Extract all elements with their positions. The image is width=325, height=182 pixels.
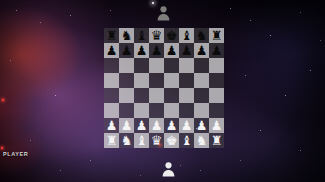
square-g5[interactable] [194,73,209,88]
square-h4[interactable] [209,88,224,103]
red-star-dot [1,147,3,149]
square-e1[interactable]: ♚ [164,133,179,148]
square-a5[interactable] [104,73,119,88]
white-king-piece: ♚ [166,133,178,148]
square-d8[interactable]: ♛ [149,28,164,43]
square-h6[interactable] [209,58,224,73]
square-c2[interactable]: ♟ [134,118,149,133]
square-b4[interactable] [119,88,134,103]
white-pawn-piece: ♟ [151,118,163,133]
black-pawn-piece: ♟ [136,43,148,58]
square-a2[interactable]: ♟ [104,118,119,133]
square-b7[interactable]: ♟ [119,43,134,58]
red-star-dot [2,99,4,101]
square-h1[interactable]: ♜ [209,133,224,148]
white-pawn-piece: ♟ [181,118,193,133]
black-rook-piece: ♜ [106,28,118,43]
square-f7[interactable]: ♟ [179,43,194,58]
square-d7[interactable]: ♟ [149,43,164,58]
opponent-avatar-icon[interactable] [156,5,171,21]
white-bishop-piece: ♝ [181,133,193,148]
black-rook-piece: ♜ [211,28,223,43]
square-h5[interactable] [209,73,224,88]
square-a3[interactable] [104,103,119,118]
square-h2[interactable]: ♟ [209,118,224,133]
black-pawn-piece: ♟ [196,43,208,58]
square-f2[interactable]: ♟ [179,118,194,133]
square-h8[interactable]: ♜ [209,28,224,43]
black-pawn-piece: ♟ [166,43,178,58]
white-pawn-piece: ♟ [196,118,208,133]
square-f1[interactable]: ♝ [179,133,194,148]
black-knight-piece: ♞ [196,28,208,43]
black-knight-piece: ♞ [121,28,133,43]
white-pawn-piece: ♟ [121,118,133,133]
white-queen-piece: ♛ [151,133,163,148]
square-a1[interactable]: ♜ [104,133,119,148]
white-pawn-piece: ♟ [166,118,178,133]
square-a7[interactable]: ♟ [104,43,119,58]
square-g2[interactable]: ♟ [194,118,209,133]
black-bishop-piece: ♝ [181,28,193,43]
black-pawn-piece: ♟ [211,43,223,58]
black-king-piece: ♚ [166,28,178,43]
player-name-label: PLAYER [3,151,28,157]
game-scene: ♜♞♝♛♚♝♞♜♟♟♟♟♟♟♟♟♟♟♟♟♟♟♟♟♜♞♝♛♚♝♞♜ PLAYER [0,0,325,182]
white-pawn-piece: ♟ [106,118,118,133]
square-d2[interactable]: ♟ [149,118,164,133]
square-d5[interactable] [149,73,164,88]
square-c6[interactable] [134,58,149,73]
square-b5[interactable] [119,73,134,88]
square-b2[interactable]: ♟ [119,118,134,133]
square-g7[interactable]: ♟ [194,43,209,58]
square-e4[interactable] [164,88,179,103]
square-e2[interactable]: ♟ [164,118,179,133]
square-g3[interactable] [194,103,209,118]
square-h3[interactable] [209,103,224,118]
square-f6[interactable] [179,58,194,73]
square-d1[interactable]: ♛ [149,133,164,148]
white-knight-piece: ♞ [121,133,133,148]
person-silhouette-icon [161,161,176,177]
square-f3[interactable] [179,103,194,118]
square-e6[interactable] [164,58,179,73]
square-c5[interactable] [134,73,149,88]
square-e8[interactable]: ♚ [164,28,179,43]
white-rook-piece: ♜ [211,133,223,148]
square-c4[interactable] [134,88,149,103]
square-g8[interactable]: ♞ [194,28,209,43]
chess-board: ♜♞♝♛♚♝♞♜♟♟♟♟♟♟♟♟♟♟♟♟♟♟♟♟♜♞♝♛♚♝♞♜ [104,28,224,148]
square-c3[interactable] [134,103,149,118]
square-f8[interactable]: ♝ [179,28,194,43]
black-pawn-piece: ♟ [121,43,133,58]
square-b3[interactable] [119,103,134,118]
square-a8[interactable]: ♜ [104,28,119,43]
square-f5[interactable] [179,73,194,88]
square-g4[interactable] [194,88,209,103]
square-e3[interactable] [164,103,179,118]
square-e5[interactable] [164,73,179,88]
square-f4[interactable] [179,88,194,103]
black-bishop-piece: ♝ [136,28,148,43]
square-c7[interactable]: ♟ [134,43,149,58]
square-h7[interactable]: ♟ [209,43,224,58]
square-g6[interactable] [194,58,209,73]
white-pawn-piece: ♟ [211,118,223,133]
white-knight-piece: ♞ [196,133,208,148]
black-queen-piece: ♛ [151,28,163,43]
square-c1[interactable]: ♝ [134,133,149,148]
bright-star-dot [152,2,154,4]
black-pawn-piece: ♟ [181,43,193,58]
square-b1[interactable]: ♞ [119,133,134,148]
square-b8[interactable]: ♞ [119,28,134,43]
player-avatar-icon[interactable] [161,161,176,177]
square-d6[interactable] [149,58,164,73]
square-b6[interactable] [119,58,134,73]
square-a6[interactable] [104,58,119,73]
white-rook-piece: ♜ [106,133,118,148]
black-pawn-piece: ♟ [106,43,118,58]
square-e7[interactable]: ♟ [164,43,179,58]
square-a4[interactable] [104,88,119,103]
black-pawn-piece: ♟ [151,43,163,58]
square-g1[interactable]: ♞ [194,133,209,148]
square-c8[interactable]: ♝ [134,28,149,43]
white-bishop-piece: ♝ [136,133,148,148]
person-silhouette-icon [156,5,171,21]
square-d3[interactable] [149,103,164,118]
white-pawn-piece: ♟ [136,118,148,133]
square-d4[interactable] [149,88,164,103]
